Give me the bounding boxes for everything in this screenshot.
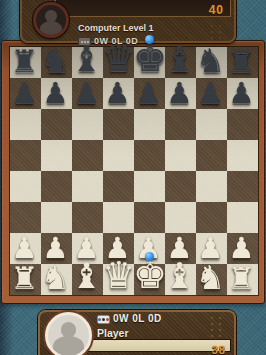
square-d5[interactable] [103, 140, 134, 171]
piece-black-pawn[interactable]: ♟ [133, 77, 164, 108]
piece-black-rook[interactable]: ♜ [9, 46, 40, 77]
square-h4[interactable] [227, 171, 258, 202]
square-e6[interactable] [134, 109, 165, 140]
square-c4[interactable] [72, 171, 103, 202]
square-f3[interactable] [165, 202, 196, 233]
knight-glyph: ♞ [40, 261, 71, 294]
pawn-glyph: ♟ [164, 79, 195, 108]
top-player-name: Computer Level 1 [78, 23, 154, 34]
bishop-glyph: ♝ [71, 42, 102, 77]
square-g3[interactable] [196, 202, 227, 233]
square-e4[interactable] [134, 171, 165, 202]
pawn-glyph: ♟ [9, 234, 40, 263]
knight-glyph: ♞ [195, 261, 226, 294]
piece-black-pawn[interactable]: ♟ [102, 77, 133, 108]
square-a4[interactable] [10, 171, 41, 202]
piece-white-queen[interactable]: ♛ [102, 263, 133, 294]
piece-black-king[interactable]: ♚ [133, 46, 164, 77]
pawn-glyph: ♟ [40, 79, 71, 108]
square-c3[interactable] [72, 202, 103, 233]
pawn-glyph: ♟ [226, 79, 257, 108]
square-g4[interactable] [196, 171, 227, 202]
square-a5[interactable] [10, 140, 41, 171]
top-player-progress-bar: 40 [55, 0, 231, 17]
piece-white-pawn[interactable]: ♟ [226, 232, 257, 263]
bottom-player-avatar[interactable] [45, 312, 92, 355]
rook-glyph: ♜ [9, 263, 40, 294]
square-h6[interactable] [227, 109, 258, 140]
pawn-glyph: ♟ [195, 79, 226, 108]
square-b3[interactable] [41, 202, 72, 233]
piece-white-knight[interactable]: ♞ [195, 263, 226, 294]
square-a6[interactable] [10, 109, 41, 140]
knight-glyph: ♞ [40, 44, 71, 77]
bishop-glyph: ♝ [164, 259, 195, 294]
piece-black-pawn[interactable]: ♟ [71, 77, 102, 108]
piece-white-pawn[interactable]: ♟ [9, 232, 40, 263]
blue-ball-icon [145, 35, 154, 44]
person-silhouette-icon [53, 336, 83, 355]
rook-glyph: ♜ [9, 46, 40, 77]
bottom-player-name: Player [97, 327, 162, 339]
bishop-glyph: ♝ [164, 42, 195, 77]
piece-black-bishop[interactable]: ♝ [164, 46, 195, 77]
piece-black-bishop[interactable]: ♝ [71, 46, 102, 77]
square-d3[interactable] [103, 202, 134, 233]
square-g5[interactable] [196, 140, 227, 171]
square-e3[interactable] [134, 202, 165, 233]
piece-white-knight[interactable]: ♞ [40, 263, 71, 294]
square-h3[interactable] [227, 202, 258, 233]
square-b6[interactable] [41, 109, 72, 140]
bottom-player-info: 0W 0L 0D Player [97, 313, 162, 339]
piece-white-king[interactable]: ♚ [133, 263, 164, 294]
piece-white-bishop[interactable]: ♝ [164, 263, 195, 294]
bishop-glyph: ♝ [71, 259, 102, 294]
square-f4[interactable] [165, 171, 196, 202]
square-b5[interactable] [41, 140, 72, 171]
square-a3[interactable] [10, 202, 41, 233]
piece-black-queen[interactable]: ♛ [102, 46, 133, 77]
square-b4[interactable] [41, 171, 72, 202]
rook-glyph: ♜ [226, 263, 257, 294]
square-f6[interactable] [165, 109, 196, 140]
pawn-glyph: ♟ [226, 234, 257, 263]
olympic-flag-icon [97, 315, 110, 324]
bottom-player-score: 38 [212, 345, 230, 355]
square-h5[interactable] [227, 140, 258, 171]
square-c6[interactable] [72, 109, 103, 140]
king-glyph: ♚ [133, 256, 164, 294]
person-silhouette-icon [40, 21, 62, 36]
square-f5[interactable] [165, 140, 196, 171]
pawn-glyph: ♟ [102, 79, 133, 108]
chess-app-screen: ♜♞♝♛♚♝♞♜♟♟♟♟♟♟♟♟♟♟♟♟♟♟♟♟♜♞♝♛♚♝♞♜ 40 Comp… [0, 0, 266, 355]
square-c5[interactable] [72, 140, 103, 171]
square-d4[interactable] [103, 171, 134, 202]
piece-black-knight[interactable]: ♞ [40, 46, 71, 77]
pawn-glyph: ♟ [71, 79, 102, 108]
piece-black-rook[interactable]: ♜ [226, 46, 257, 77]
bottom-player-record: 0W 0L 0D [113, 313, 162, 325]
knight-glyph: ♞ [195, 44, 226, 77]
blue-ball-icon [145, 252, 154, 261]
piece-black-pawn[interactable]: ♟ [164, 77, 195, 108]
square-d6[interactable] [103, 109, 134, 140]
pawn-glyph: ♟ [9, 79, 40, 108]
top-player-avatar[interactable] [33, 2, 69, 38]
square-g6[interactable] [196, 109, 227, 140]
piece-white-bishop[interactable]: ♝ [71, 263, 102, 294]
top-player-score: 40 [209, 1, 230, 17]
piece-black-pawn[interactable]: ♟ [195, 77, 226, 108]
piece-black-pawn[interactable]: ♟ [40, 77, 71, 108]
piece-white-rook[interactable]: ♜ [226, 263, 257, 294]
rook-glyph: ♜ [226, 46, 257, 77]
pawn-glyph: ♟ [133, 79, 164, 108]
queen-glyph: ♛ [102, 40, 133, 77]
piece-black-pawn[interactable]: ♟ [226, 77, 257, 108]
square-e5[interactable] [134, 140, 165, 171]
piece-black-knight[interactable]: ♞ [195, 46, 226, 77]
queen-glyph: ♛ [102, 257, 133, 294]
king-glyph: ♚ [133, 39, 164, 77]
piece-black-pawn[interactable]: ♟ [9, 77, 40, 108]
piece-white-rook[interactable]: ♜ [9, 263, 40, 294]
